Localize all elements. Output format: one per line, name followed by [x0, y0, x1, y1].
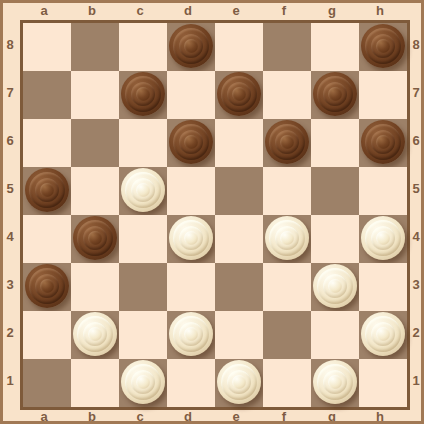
piece-dome: [280, 231, 294, 245]
square-b8[interactable]: [71, 23, 119, 71]
square-f5[interactable]: [263, 167, 311, 215]
file-label-b: b: [68, 2, 116, 18]
piece-dome: [184, 327, 198, 341]
rank-label-3: 3: [408, 260, 424, 308]
file-label-d: d: [164, 2, 212, 18]
square-d5[interactable]: [167, 167, 215, 215]
square-a4[interactable]: [23, 215, 71, 263]
square-e8[interactable]: [215, 23, 263, 71]
square-c2[interactable]: [119, 311, 167, 359]
square-c5[interactable]: [119, 167, 167, 215]
square-h5[interactable]: [359, 167, 407, 215]
file-label-e: e: [212, 408, 260, 424]
square-b6[interactable]: [71, 119, 119, 167]
square-g2[interactable]: [311, 311, 359, 359]
dark-piece-e7[interactable]: [217, 72, 261, 116]
square-g5[interactable]: [311, 167, 359, 215]
light-piece-c5[interactable]: [121, 168, 165, 212]
square-b2[interactable]: [71, 311, 119, 359]
piece-dome: [232, 375, 246, 389]
dark-piece-a3[interactable]: [25, 264, 69, 308]
piece-dome: [136, 375, 150, 389]
square-c3[interactable]: [119, 263, 167, 311]
square-e1[interactable]: [215, 359, 263, 407]
dark-piece-c7[interactable]: [121, 72, 165, 116]
light-piece-b2[interactable]: [73, 312, 117, 356]
piece-dome: [184, 39, 198, 53]
file-labels-bottom: abcdefgh: [20, 408, 404, 424]
file-labels-top: abcdefgh: [20, 2, 404, 18]
square-d2[interactable]: [167, 311, 215, 359]
light-piece-h2[interactable]: [361, 312, 405, 356]
dark-piece-h6[interactable]: [361, 120, 405, 164]
square-e6[interactable]: [215, 119, 263, 167]
square-d7[interactable]: [167, 71, 215, 119]
rank-label-1: 1: [408, 356, 424, 404]
square-e3[interactable]: [215, 263, 263, 311]
file-label-d: d: [164, 408, 212, 424]
square-e4[interactable]: [215, 215, 263, 263]
piece-dome: [88, 327, 102, 341]
light-piece-c1[interactable]: [121, 360, 165, 404]
square-f1[interactable]: [263, 359, 311, 407]
square-d8[interactable]: [167, 23, 215, 71]
square-d3[interactable]: [167, 263, 215, 311]
rank-label-1: 1: [2, 356, 18, 404]
square-b7[interactable]: [71, 71, 119, 119]
piece-dome: [184, 231, 198, 245]
square-a8[interactable]: [23, 23, 71, 71]
square-c7[interactable]: [119, 71, 167, 119]
dark-piece-a5[interactable]: [25, 168, 69, 212]
rank-label-4: 4: [2, 212, 18, 260]
light-piece-e1[interactable]: [217, 360, 261, 404]
square-a3[interactable]: [23, 263, 71, 311]
square-d1[interactable]: [167, 359, 215, 407]
square-d4[interactable]: [167, 215, 215, 263]
square-h7[interactable]: [359, 71, 407, 119]
square-c6[interactable]: [119, 119, 167, 167]
square-h1[interactable]: [359, 359, 407, 407]
square-f8[interactable]: [263, 23, 311, 71]
square-f3[interactable]: [263, 263, 311, 311]
dark-piece-g7[interactable]: [313, 72, 357, 116]
light-piece-f4[interactable]: [265, 216, 309, 260]
square-f2[interactable]: [263, 311, 311, 359]
rank-label-3: 3: [2, 260, 18, 308]
dark-piece-h8[interactable]: [361, 24, 405, 68]
square-h6[interactable]: [359, 119, 407, 167]
square-e2[interactable]: [215, 311, 263, 359]
file-label-f: f: [260, 2, 308, 18]
square-g8[interactable]: [311, 23, 359, 71]
square-g6[interactable]: [311, 119, 359, 167]
dark-piece-f6[interactable]: [265, 120, 309, 164]
square-f7[interactable]: [263, 71, 311, 119]
file-label-g: g: [308, 2, 356, 18]
square-h3[interactable]: [359, 263, 407, 311]
light-piece-d4[interactable]: [169, 216, 213, 260]
piece-dome: [184, 135, 198, 149]
piece-dome: [376, 231, 390, 245]
rank-labels-right: 87654321: [408, 20, 424, 404]
file-label-h: h: [356, 2, 404, 18]
file-label-f: f: [260, 408, 308, 424]
piece-dome: [136, 87, 150, 101]
square-b5[interactable]: [71, 167, 119, 215]
piece-dome: [376, 39, 390, 53]
file-label-a: a: [20, 408, 68, 424]
rank-label-2: 2: [408, 308, 424, 356]
square-a5[interactable]: [23, 167, 71, 215]
square-g4[interactable]: [311, 215, 359, 263]
square-b3[interactable]: [71, 263, 119, 311]
light-piece-g1[interactable]: [313, 360, 357, 404]
light-piece-g3[interactable]: [313, 264, 357, 308]
light-piece-h4[interactable]: [361, 216, 405, 260]
rank-label-6: 6: [408, 116, 424, 164]
square-g1[interactable]: [311, 359, 359, 407]
light-piece-d2[interactable]: [169, 312, 213, 356]
square-d6[interactable]: [167, 119, 215, 167]
square-c1[interactable]: [119, 359, 167, 407]
square-a7[interactable]: [23, 71, 71, 119]
rank-label-7: 7: [408, 68, 424, 116]
square-c4[interactable]: [119, 215, 167, 263]
rank-label-8: 8: [408, 20, 424, 68]
rank-label-4: 4: [408, 212, 424, 260]
file-label-h: h: [356, 408, 404, 424]
square-h2[interactable]: [359, 311, 407, 359]
piece-dome: [280, 135, 294, 149]
square-a6[interactable]: [23, 119, 71, 167]
rank-label-6: 6: [2, 116, 18, 164]
square-c8[interactable]: [119, 23, 167, 71]
file-label-e: e: [212, 2, 260, 18]
square-h4[interactable]: [359, 215, 407, 263]
rank-label-2: 2: [2, 308, 18, 356]
piece-dome: [40, 279, 54, 293]
rank-label-8: 8: [2, 20, 18, 68]
rank-label-5: 5: [2, 164, 18, 212]
piece-dome: [40, 183, 54, 197]
square-a2[interactable]: [23, 311, 71, 359]
dark-piece-d6[interactable]: [169, 120, 213, 164]
file-label-a: a: [20, 2, 68, 18]
square-h8[interactable]: [359, 23, 407, 71]
dark-piece-b4[interactable]: [73, 216, 117, 260]
board: [23, 23, 407, 407]
dark-piece-d8[interactable]: [169, 24, 213, 68]
square-g7[interactable]: [311, 71, 359, 119]
rank-labels-left: 87654321: [2, 20, 18, 404]
checkers-board-screenshot: abcdefgh abcdefgh 87654321 87654321: [0, 0, 424, 424]
square-f4[interactable]: [263, 215, 311, 263]
piece-dome: [88, 231, 102, 245]
piece-dome: [376, 327, 390, 341]
square-g3[interactable]: [311, 263, 359, 311]
square-f6[interactable]: [263, 119, 311, 167]
rank-label-5: 5: [408, 164, 424, 212]
piece-dome: [376, 135, 390, 149]
piece-dome: [328, 375, 342, 389]
board-frame: [20, 20, 410, 410]
square-a1[interactable]: [23, 359, 71, 407]
square-b4[interactable]: [71, 215, 119, 263]
square-b1[interactable]: [71, 359, 119, 407]
piece-dome: [328, 279, 342, 293]
file-label-b: b: [68, 408, 116, 424]
file-label-c: c: [116, 408, 164, 424]
piece-dome: [232, 87, 246, 101]
square-e5[interactable]: [215, 167, 263, 215]
piece-dome: [328, 87, 342, 101]
square-e7[interactable]: [215, 71, 263, 119]
piece-dome: [136, 183, 150, 197]
file-label-c: c: [116, 2, 164, 18]
rank-label-7: 7: [2, 68, 18, 116]
file-label-g: g: [308, 408, 356, 424]
